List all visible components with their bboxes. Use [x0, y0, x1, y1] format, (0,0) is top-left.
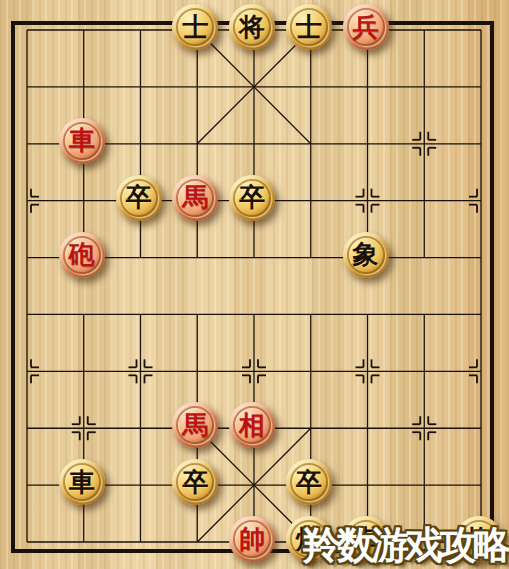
- black-piece-glyph: 卒: [126, 184, 152, 210]
- black-piece-glyph: 車: [69, 469, 95, 495]
- black-soldier-1-piece[interactable]: 卒: [116, 175, 162, 221]
- red-general-piece[interactable]: 帥: [229, 516, 275, 562]
- red-elephant-1-piece[interactable]: 相: [229, 402, 275, 448]
- black-soldier-4-piece[interactable]: 卒: [286, 459, 332, 505]
- red-cannon-1-piece[interactable]: 砲: [59, 232, 105, 278]
- red-piece-glyph: 相: [239, 412, 265, 438]
- red-soldier-1-piece[interactable]: 兵: [343, 4, 389, 50]
- red-piece-glyph: 車: [69, 127, 95, 153]
- black-piece-glyph: 士: [296, 14, 322, 40]
- black-advisor-1-piece[interactable]: 士: [172, 4, 218, 50]
- red-piece-glyph: 砲: [69, 241, 95, 267]
- black-general-piece[interactable]: 将: [229, 4, 275, 50]
- black-piece-glyph: 卒: [239, 184, 265, 210]
- black-soldier-2-piece[interactable]: 卒: [229, 175, 275, 221]
- black-advisor-2-piece[interactable]: 士: [286, 4, 332, 50]
- black-elephant-1-piece[interactable]: 象: [343, 232, 389, 278]
- red-chariot-1-piece[interactable]: 車: [59, 118, 105, 164]
- red-piece-glyph: 兵: [353, 14, 379, 40]
- xiangqi-board: 士将士兵車卒馬卒砲象馬相車卒卒帥炮車炮 羚数游戏攻略: [0, 0, 509, 569]
- black-piece-glyph: 将: [239, 14, 265, 40]
- black-chariot-1-piece[interactable]: 車: [59, 459, 105, 505]
- black-piece-glyph: 卒: [182, 469, 208, 495]
- black-piece-glyph: 士: [182, 14, 208, 40]
- black-piece-glyph: 象: [353, 241, 379, 267]
- watermark: 羚数游戏攻略: [303, 520, 507, 569]
- red-piece-glyph: 馬: [182, 184, 208, 210]
- red-horse-1-piece[interactable]: 馬: [172, 175, 218, 221]
- red-piece-glyph: 馬: [182, 412, 208, 438]
- black-piece-glyph: 卒: [296, 469, 322, 495]
- red-piece-glyph: 帥: [239, 526, 265, 552]
